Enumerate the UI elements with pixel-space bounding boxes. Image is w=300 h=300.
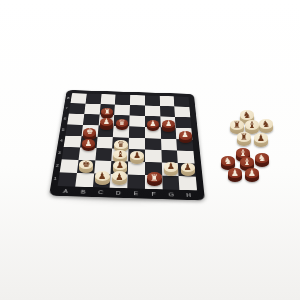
piece-white-pawn-g2[interactable]: ♟: [164, 162, 179, 176]
piece-black-pawn-c6[interactable]: ♟: [100, 118, 113, 130]
piece-top-face: ♚: [83, 128, 96, 136]
piece-top-face: ♟: [100, 118, 113, 126]
rook-icon: ♜: [150, 172, 158, 181]
knight-icon: ♞: [243, 110, 251, 119]
captured-white-knight[interactable]: ♞: [259, 119, 274, 133]
piece-black-pawn-g6[interactable]: ♟: [162, 120, 175, 132]
pawn-icon: ♟: [98, 171, 106, 180]
pawn-icon: ♟: [115, 171, 123, 180]
piece-black-rook-f1[interactable]: ♜: [147, 172, 162, 186]
piece-top-face: ♜: [237, 132, 252, 142]
piece-top-face: ♞: [259, 119, 274, 129]
king-icon: ♚: [82, 159, 90, 168]
pieces-layer: ♜♞♟♛♟♟♞♜♝♚♟♜♟♟♛♝♝♟♞♞♝♚♟♟♟♟♟♟♟♜: [0, 0, 300, 300]
captured-black-knight[interactable]: ♞: [255, 153, 270, 167]
piece-black-pawn-f6[interactable]: ♟: [147, 120, 160, 132]
rook-icon: ♜: [233, 120, 241, 129]
piece-top-face: ♜: [230, 120, 245, 130]
pawn-icon: ♟: [150, 119, 157, 127]
pawn-icon: ♟: [181, 131, 188, 139]
pawn-icon: ♟: [231, 168, 239, 177]
piece-top-face: ♝: [240, 157, 255, 167]
piece-black-pawn-h5[interactable]: ♟: [179, 131, 192, 143]
king-icon: ♚: [86, 128, 93, 136]
captured-white-pawn[interactable]: ♟: [254, 133, 269, 147]
piece-top-face: ♟: [147, 120, 160, 128]
piece-white-pawn-d1[interactable]: ♟: [112, 171, 127, 185]
piece-white-king-b2[interactable]: ♚: [79, 160, 94, 174]
captured-white-rook[interactable]: ♜: [237, 132, 252, 146]
piece-top-face: ♟: [179, 131, 192, 139]
knight-icon: ♞: [258, 153, 266, 162]
piece-top-face: ♟: [164, 162, 179, 172]
captured-black-pawn[interactable]: ♟: [245, 168, 260, 182]
queen-icon: ♛: [117, 139, 124, 147]
piece-top-face: ♟: [95, 171, 110, 181]
piece-top-face: ♟: [245, 168, 260, 178]
piece-top-face: ♛: [116, 119, 129, 127]
piece-white-pawn-c1[interactable]: ♟: [95, 171, 110, 185]
piece-top-face: ♟: [130, 151, 144, 160]
rook-icon: ♜: [104, 107, 111, 114]
piece-top-face: ♞: [221, 156, 236, 166]
pawn-icon: ♟: [167, 162, 175, 171]
piece-white-pawn-h2[interactable]: ♟: [181, 163, 196, 177]
pawn-icon: ♟: [85, 138, 92, 146]
pawn-icon: ♟: [133, 150, 141, 159]
piece-top-face: ♟: [112, 171, 127, 181]
piece-top-face: ♝: [245, 120, 260, 130]
piece-top-face: ♜: [147, 172, 162, 182]
knight-icon: ♞: [262, 119, 270, 128]
piece-top-face: ♞: [255, 153, 270, 163]
pawn-icon: ♟: [103, 118, 110, 126]
queen-icon: ♛: [119, 118, 126, 126]
piece-top-face: ♟: [228, 168, 243, 178]
knight-icon: ♞: [224, 156, 232, 165]
pawn-icon: ♟: [248, 168, 256, 177]
pawn-icon: ♟: [116, 160, 124, 169]
pawn-icon: ♟: [184, 162, 192, 171]
piece-white-pawn-e3[interactable]: ♟: [130, 151, 144, 164]
pawn-icon: ♟: [165, 120, 172, 128]
piece-top-face: ♟: [82, 139, 96, 148]
bishop-icon: ♝: [243, 157, 251, 166]
piece-top-face: ♟: [254, 133, 269, 143]
piece-black-pawn-b4[interactable]: ♟: [82, 139, 96, 152]
rook-icon: ♜: [240, 132, 248, 141]
bishop-icon: ♝: [117, 150, 125, 159]
piece-top-face: ♛: [114, 140, 128, 149]
piece-top-face: ♟: [162, 120, 175, 128]
pawn-icon: ♟: [257, 133, 265, 142]
bishop-icon: ♝: [248, 120, 256, 129]
photo-scene: ABCDEFGH 87654321 ♜♞♟♛♟♟♞♜♝♚♟♜♟♟♛♝♝♟♞♞♝♚…: [0, 0, 300, 300]
captured-black-pawn[interactable]: ♟: [228, 168, 243, 182]
piece-black-queen-d6[interactable]: ♛: [116, 119, 129, 131]
